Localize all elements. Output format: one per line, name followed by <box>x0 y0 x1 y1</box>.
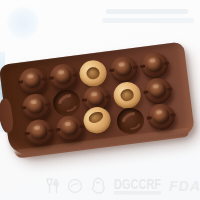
chocolate-ball <box>29 123 48 141</box>
chocolate-piece <box>143 77 173 106</box>
empty-cavity <box>51 88 81 117</box>
chocolate-piece <box>140 51 170 80</box>
empty-cavity <box>116 106 146 135</box>
mold-cavity-grid <box>16 51 178 145</box>
chocolate-mold-tray <box>0 42 195 159</box>
dgccrf-mark: DGCCRF <box>114 177 161 195</box>
chocolate-piece <box>55 114 85 143</box>
mold-cavity-r3c2 <box>53 114 87 144</box>
watermark-text-line-2 <box>102 18 194 23</box>
certification-marks: DGCCRF FDA <box>46 173 200 199</box>
chocolate-ball <box>148 81 167 99</box>
peanut-cup-piece <box>79 59 109 88</box>
fda-mark: FDA <box>169 178 200 194</box>
mold-cavity-r3c4 <box>114 106 148 136</box>
chocolate-ball <box>26 97 45 115</box>
mold-cavity-r2c5 <box>141 76 175 106</box>
mold-cavity-r3c5 <box>144 102 178 132</box>
cup-opening <box>120 88 134 102</box>
mold-cavity-r1c5 <box>138 51 172 81</box>
corner-watermark-circle <box>6 6 40 40</box>
chocolate-piece <box>17 66 47 95</box>
mold-cavity-r1c2 <box>46 62 80 92</box>
glass-fork-icon <box>46 178 59 195</box>
mold-cavity-r2c2 <box>49 88 83 118</box>
chocolate-ball <box>23 71 42 89</box>
mold-cavity-r3c3 <box>83 110 117 140</box>
peanut-cup-piece <box>112 80 142 109</box>
dgccrf-underbar <box>114 191 161 195</box>
chocolate-piece <box>21 92 51 121</box>
chocolate-ball <box>53 67 72 85</box>
mold-cavity-r2c4 <box>110 80 144 110</box>
cup-opening <box>86 66 100 80</box>
chocolate-ball <box>152 107 171 125</box>
certification-circle-icon <box>67 178 83 194</box>
mold-cavity-r2c1 <box>19 92 53 122</box>
chocolate-ball <box>115 59 134 77</box>
chocolate-ball <box>145 55 164 73</box>
dgccrf-label: DGCCRF <box>114 176 161 191</box>
chocolate-ball <box>60 119 79 137</box>
chocolate-piece <box>24 118 54 147</box>
watermark-text-line-1 <box>106 9 188 14</box>
mold-cavity-r1c3 <box>77 58 111 88</box>
photo-stage: DGCCRF FDA <box>0 0 200 200</box>
chocolate-ball <box>87 89 106 107</box>
cup-opening <box>87 110 105 125</box>
chocolate-piece <box>48 63 78 92</box>
mold-cavity-r3c1 <box>22 118 56 148</box>
mold-cavity-r1c1 <box>16 66 50 96</box>
chocolate-piece <box>146 102 176 131</box>
eagle-icon <box>91 177 106 195</box>
mold-cavity-r1c4 <box>107 54 141 84</box>
chocolate-piece <box>109 55 139 84</box>
